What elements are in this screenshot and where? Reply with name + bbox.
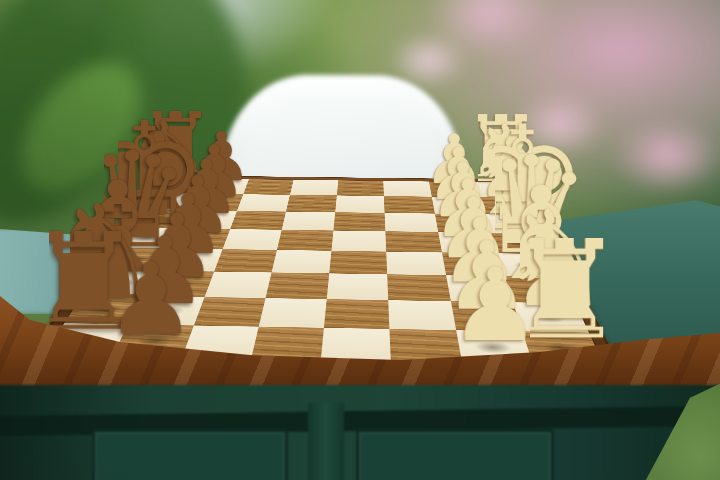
board-pieces: ♜♟♟♜♞♟♟♞♝♟♟♝♚♟♟♚♛♟♟♛♝♟♟♝♞♟♟♞♜♟♟♜ xyxy=(43,178,604,366)
green-cabinet xyxy=(0,385,720,480)
cabinet-center-stile xyxy=(308,403,344,480)
cabinet-door-right xyxy=(356,429,554,480)
garden-chess-scene: ♜♟♟♜♞♟♟♞♝♟♟♝♚♟♟♚♛♟♟♛♝♟♟♝♞♟♟♞♜♟♟♜ xyxy=(0,0,720,480)
piece-white-rook-a1[interactable]: ♜ xyxy=(530,131,599,355)
cabinet-door-left xyxy=(92,429,288,480)
piece-black-pawn-a7[interactable]: ♟ xyxy=(117,126,185,347)
